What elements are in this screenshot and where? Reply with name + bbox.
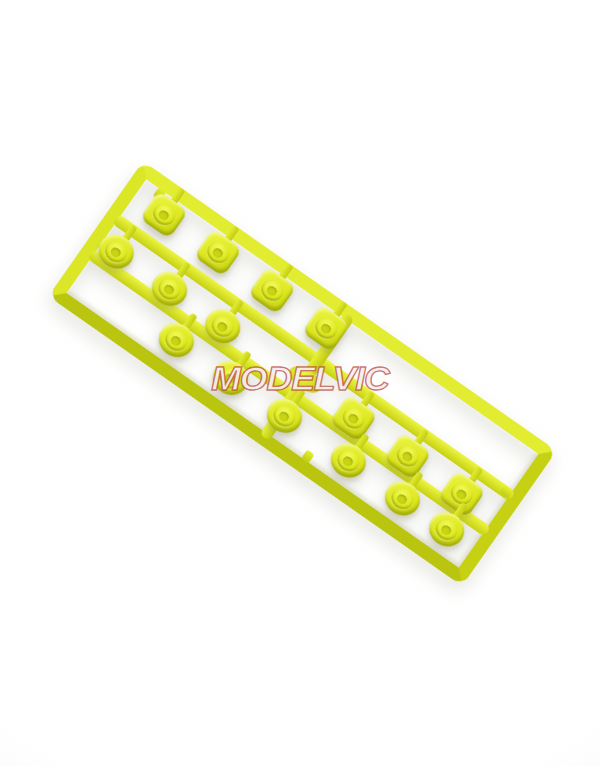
cap-boss	[208, 312, 237, 341]
cap-dimple	[265, 284, 278, 297]
cap-boss	[311, 314, 340, 343]
cap-boss	[334, 446, 363, 475]
cap-boss	[388, 484, 417, 513]
cap-dimple	[395, 492, 408, 505]
cap-dimple	[319, 322, 332, 335]
cap-boss	[149, 200, 178, 229]
cap-boss	[270, 401, 299, 430]
cap-boss	[432, 515, 461, 544]
cap-dimple	[278, 410, 291, 423]
cap-boss	[101, 237, 130, 266]
cap-boss	[393, 442, 422, 471]
cap-boss	[339, 404, 368, 433]
cap-dimple	[347, 412, 360, 425]
cap-boss	[257, 276, 286, 305]
cap-dimple	[216, 320, 229, 333]
cap-dimple	[401, 450, 414, 463]
cap-dimple	[169, 334, 182, 347]
cap-dimple	[455, 488, 468, 501]
shop-watermark: MODELVIC	[211, 360, 389, 398]
cap-dimple	[109, 245, 122, 258]
cap-dimple	[163, 283, 176, 296]
cap-dimple	[211, 247, 224, 260]
cap-dimple	[440, 523, 453, 536]
cap-dimple	[157, 209, 170, 222]
cap-boss	[155, 274, 184, 303]
cap-boss	[162, 326, 191, 355]
cap-dimple	[341, 454, 354, 467]
cap-boss	[203, 238, 232, 267]
product-photo: MODELVIC	[0, 0, 600, 766]
